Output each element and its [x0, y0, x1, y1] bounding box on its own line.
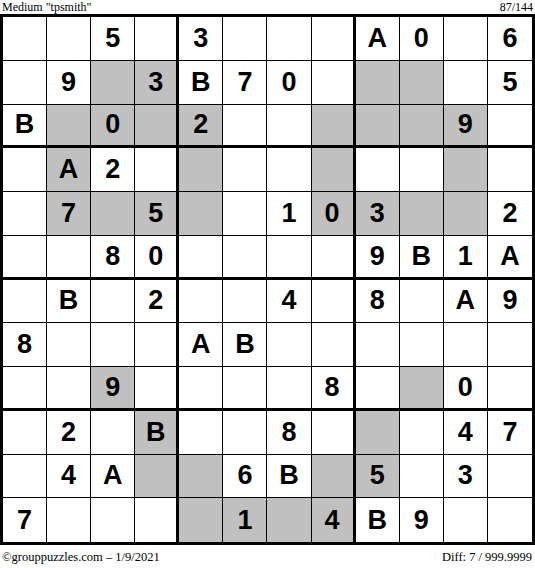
cell-r8c9[interactable]: [356, 323, 400, 367]
cell-r12c12[interactable]: [488, 498, 532, 542]
cell-r7c4[interactable]: 2: [135, 280, 179, 324]
cell-r10c8[interactable]: [312, 411, 356, 455]
cell-r1c12[interactable]: 6: [488, 17, 532, 61]
cell-r8c6[interactable]: B: [223, 323, 267, 367]
cell-r4c5[interactable]: [179, 148, 223, 192]
cells-remaining-counter: 87/144: [500, 1, 533, 14]
cell-r3c9[interactable]: [356, 105, 400, 149]
cell-r2c10[interactable]: [400, 61, 444, 105]
page-title: Medium "tpsmith": [2, 1, 91, 14]
cell-r5c7[interactable]: 1: [267, 192, 311, 236]
cell-r8c11[interactable]: [444, 323, 488, 367]
cell-r1c1[interactable]: [3, 17, 47, 61]
cell-r4c6[interactable]: [223, 148, 267, 192]
cell-r10c4[interactable]: B: [135, 411, 179, 455]
cell-r4c2[interactable]: A: [47, 148, 91, 192]
cell-r1c8[interactable]: [312, 17, 356, 61]
cell-r11c12[interactable]: [488, 455, 532, 499]
cell-r9c4[interactable]: [135, 367, 179, 411]
cell-r10c1[interactable]: [3, 411, 47, 455]
cell-r6c2[interactable]: [47, 236, 91, 280]
cell-r10c7[interactable]: 8: [267, 411, 311, 455]
cell-r3c11[interactable]: 9: [444, 105, 488, 149]
cell-r1c9[interactable]: A: [356, 17, 400, 61]
cell-r4c12[interactable]: [488, 148, 532, 192]
cell-r2c12[interactable]: 5: [488, 61, 532, 105]
cell-r9c6[interactable]: [223, 367, 267, 411]
difficulty-text: Diff: 7 / 999.9999: [442, 550, 532, 565]
cell-r1c11[interactable]: [444, 17, 488, 61]
cell-r4c8[interactable]: [312, 148, 356, 192]
cell-r10c6[interactable]: [223, 411, 267, 455]
cell-r9c5[interactable]: [179, 367, 223, 411]
cell-r3c1[interactable]: B: [3, 105, 47, 149]
cell-r5c6[interactable]: [223, 192, 267, 236]
cell-r12c4[interactable]: [135, 498, 179, 542]
cell-r9c8[interactable]: 8: [312, 367, 356, 411]
cell-r7c7[interactable]: 4: [267, 280, 311, 324]
cell-r12c2[interactable]: [47, 498, 91, 542]
cell-r11c9[interactable]: 5: [356, 455, 400, 499]
cell-r11c4[interactable]: [135, 455, 179, 499]
cell-r6c8[interactable]: [312, 236, 356, 280]
cell-r6c10[interactable]: B: [400, 236, 444, 280]
cell-r4c9[interactable]: [356, 148, 400, 192]
cell-r4c11[interactable]: [444, 148, 488, 192]
cell-r11c8[interactable]: [312, 455, 356, 499]
cell-r11c7[interactable]: B: [267, 455, 311, 499]
cell-r4c3[interactable]: 2: [91, 148, 135, 192]
cell-r8c5[interactable]: A: [179, 323, 223, 367]
cell-r5c9[interactable]: 3: [356, 192, 400, 236]
cell-r8c4[interactable]: [135, 323, 179, 367]
cell-r8c7[interactable]: [267, 323, 311, 367]
footer: ©grouppuzzles.com – 1/9/2021 Diff: 7 / 9…: [0, 545, 535, 568]
cell-r1c5[interactable]: 3: [179, 17, 223, 61]
cell-r7c8[interactable]: [312, 280, 356, 324]
cell-r4c10[interactable]: [400, 148, 444, 192]
cell-r6c1[interactable]: [3, 236, 47, 280]
cell-r1c4[interactable]: [135, 17, 179, 61]
cell-r1c10[interactable]: 0: [400, 17, 444, 61]
cell-r6c5[interactable]: [179, 236, 223, 280]
cell-r9c3[interactable]: 9: [91, 367, 135, 411]
cell-r6c6[interactable]: [223, 236, 267, 280]
cell-r5c10[interactable]: [400, 192, 444, 236]
cell-r5c1[interactable]: [3, 192, 47, 236]
cell-r5c2[interactable]: 7: [47, 192, 91, 236]
cell-r9c9[interactable]: [356, 367, 400, 411]
cell-r7c12[interactable]: 9: [488, 280, 532, 324]
cell-r3c8[interactable]: [312, 105, 356, 149]
cell-r9c12[interactable]: [488, 367, 532, 411]
cell-r12c3[interactable]: [91, 498, 135, 542]
cell-r2c8[interactable]: [312, 61, 356, 105]
cell-r5c3[interactable]: [91, 192, 135, 236]
cell-r8c1[interactable]: 8: [3, 323, 47, 367]
cell-r3c6[interactable]: [223, 105, 267, 149]
cell-r7c10[interactable]: [400, 280, 444, 324]
cell-r11c1[interactable]: [3, 455, 47, 499]
cell-r11c11[interactable]: 3: [444, 455, 488, 499]
cell-r10c12[interactable]: 7: [488, 411, 532, 455]
cell-r1c2[interactable]: [47, 17, 91, 61]
cell-r7c1[interactable]: [3, 280, 47, 324]
cell-r2c6[interactable]: 7: [223, 61, 267, 105]
cell-r4c1[interactable]: [3, 148, 47, 192]
cell-r2c9[interactable]: [356, 61, 400, 105]
cell-r12c6[interactable]: 1: [223, 498, 267, 542]
cell-r5c4[interactable]: 5: [135, 192, 179, 236]
cell-r11c2[interactable]: 4: [47, 455, 91, 499]
cell-r2c1[interactable]: [3, 61, 47, 105]
cell-r12c8[interactable]: 4: [312, 498, 356, 542]
cell-r10c10[interactable]: [400, 411, 444, 455]
cell-r3c12[interactable]: [488, 105, 532, 149]
cell-r11c6[interactable]: 6: [223, 455, 267, 499]
cell-r3c10[interactable]: [400, 105, 444, 149]
cell-r9c7[interactable]: [267, 367, 311, 411]
cell-r2c7[interactable]: 0: [267, 61, 311, 105]
cell-r5c11[interactable]: [444, 192, 488, 236]
cell-r3c3[interactable]: 0: [91, 105, 135, 149]
cell-r12c11[interactable]: [444, 498, 488, 542]
cell-r5c8[interactable]: 0: [312, 192, 356, 236]
cell-r6c3[interactable]: 8: [91, 236, 135, 280]
cell-r8c8[interactable]: [312, 323, 356, 367]
cell-r8c3[interactable]: [91, 323, 135, 367]
cell-r12c1[interactable]: 7: [3, 498, 47, 542]
cell-r5c12[interactable]: 2: [488, 192, 532, 236]
cell-r3c7[interactable]: [267, 105, 311, 149]
cell-r8c10[interactable]: [400, 323, 444, 367]
cell-r5c5[interactable]: [179, 192, 223, 236]
cell-r11c10[interactable]: [400, 455, 444, 499]
cell-r9c10[interactable]: [400, 367, 444, 411]
cell-r7c3[interactable]: [91, 280, 135, 324]
cell-r6c4[interactable]: 0: [135, 236, 179, 280]
header: Medium "tpsmith" 87/144: [0, 0, 535, 14]
cell-r7c11[interactable]: A: [444, 280, 488, 324]
cell-r2c11[interactable]: [444, 61, 488, 105]
cell-r7c5[interactable]: [179, 280, 223, 324]
cell-r2c4[interactable]: 3: [135, 61, 179, 105]
cell-r4c7[interactable]: [267, 148, 311, 192]
cell-r9c1[interactable]: [3, 367, 47, 411]
cell-r3c5[interactable]: 2: [179, 105, 223, 149]
cell-r1c3[interactable]: 5: [91, 17, 135, 61]
cell-r6c11[interactable]: 1: [444, 236, 488, 280]
cell-r9c11[interactable]: 0: [444, 367, 488, 411]
cell-r7c9[interactable]: 8: [356, 280, 400, 324]
cell-r4c4[interactable]: [135, 148, 179, 192]
cell-r2c3[interactable]: [91, 61, 135, 105]
puzzle-page: Medium "tpsmith" 87/144 53A0693B705B029A…: [0, 0, 535, 568]
cell-r7c6[interactable]: [223, 280, 267, 324]
cell-r6c7[interactable]: [267, 236, 311, 280]
cell-r2c2[interactable]: 9: [47, 61, 91, 105]
cell-r8c2[interactable]: [47, 323, 91, 367]
cell-r6c9[interactable]: 9: [356, 236, 400, 280]
cell-r3c4[interactable]: [135, 105, 179, 149]
cell-r6c12[interactable]: A: [488, 236, 532, 280]
cell-r11c5[interactable]: [179, 455, 223, 499]
cell-r10c3[interactable]: [91, 411, 135, 455]
cell-r7c2[interactable]: B: [47, 280, 91, 324]
cell-r12c10[interactable]: 9: [400, 498, 444, 542]
sudoku-board: 53A0693B705B029A2751032809B1AB248A98AB98…: [0, 14, 535, 545]
cell-r9c2[interactable]: [47, 367, 91, 411]
cell-r3c2[interactable]: [47, 105, 91, 149]
cell-r10c9[interactable]: [356, 411, 400, 455]
cell-r12c7[interactable]: [267, 498, 311, 542]
cell-r12c5[interactable]: [179, 498, 223, 542]
cell-r1c6[interactable]: [223, 17, 267, 61]
cell-r12c9[interactable]: B: [356, 498, 400, 542]
copyright-text: ©grouppuzzles.com – 1/9/2021: [2, 550, 160, 565]
cell-r2c5[interactable]: B: [179, 61, 223, 105]
cell-r11c3[interactable]: A: [91, 455, 135, 499]
cell-r10c11[interactable]: 4: [444, 411, 488, 455]
cell-r1c7[interactable]: [267, 17, 311, 61]
cell-r10c5[interactable]: [179, 411, 223, 455]
cell-r8c12[interactable]: [488, 323, 532, 367]
cell-r10c2[interactable]: 2: [47, 411, 91, 455]
